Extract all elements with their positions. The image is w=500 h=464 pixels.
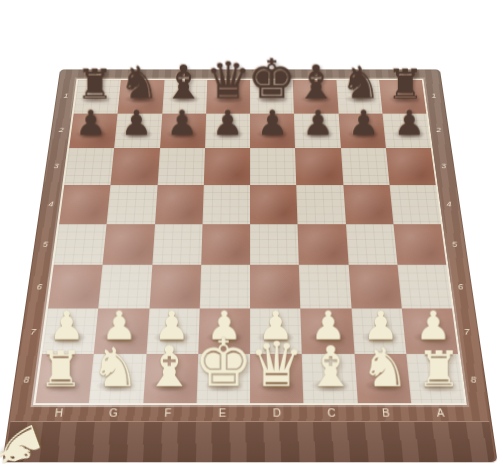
square-f1 [162,80,207,113]
square-e1 [206,80,250,113]
square-f6 [149,265,201,308]
square-g8 [89,354,146,403]
file-label-c: C [304,404,359,422]
square-a7 [402,308,459,354]
square-b1 [336,80,382,113]
square-f2 [160,113,206,148]
square-a8 [406,354,464,403]
square-e6 [199,265,250,308]
square-g4 [107,185,157,224]
file-label-b: B [336,70,380,79]
square-d2 [250,113,295,148]
square-b3 [340,148,389,185]
square-c2 [294,113,340,148]
square-d1 [250,80,294,113]
file-label-f: F [140,404,195,422]
square-f4 [155,185,204,224]
file-label-h: H [76,70,120,79]
square-d5 [250,224,299,265]
file-label-a: A [379,70,423,79]
square-f5 [152,224,202,265]
square-d8 [250,354,304,403]
square-d4 [250,185,298,224]
file-label-h: H [31,404,88,422]
rank-label-4: 4 [440,185,459,224]
square-c1 [293,80,338,113]
square-f7 [146,308,200,354]
square-e8 [196,354,250,403]
square-a3 [386,148,436,185]
square-c8 [302,354,357,403]
square-e2 [205,113,250,148]
file-label-d: D [250,404,305,422]
playing-area: ♜♞♝♛♚♝♞♜♟♟♟♟♟♟♟♟♟♟♟♟♟♟♟♟♜♞♝♚♛♝♞♜♞ [33,79,467,405]
square-c4 [296,185,345,224]
file-labels-bottom: HGFEDCBA [31,404,470,422]
square-g3 [111,148,160,185]
square-d3 [250,148,296,185]
square-h2 [69,113,118,148]
file-label-a: A [413,404,470,422]
square-h4 [59,185,111,224]
square-g7 [94,308,149,354]
board-grid [33,79,467,405]
square-b6 [348,265,401,308]
file-label-g: G [120,70,164,79]
square-h7 [42,308,99,354]
rank-label-6: 6 [450,265,471,309]
square-h3 [64,148,114,185]
square-h5 [54,224,107,265]
square-e4 [202,185,250,224]
rank-label-5: 5 [445,224,465,265]
square-e7 [198,308,250,354]
square-f8 [143,354,198,403]
rank-label-1: 1 [425,79,442,112]
file-labels-top: HGFEDCBA [76,70,423,79]
file-label-f: F [163,70,207,79]
file-label-c: C [293,70,337,79]
square-e5 [201,224,250,265]
chess-set-photo: 12345678 12345678 HGFEDCBA HGFEDCBA ♜♞♝♛… [0,0,500,464]
square-d6 [250,265,301,308]
square-b4 [343,185,393,224]
square-b8 [354,354,411,403]
square-f3 [157,148,205,185]
square-h1 [74,80,121,113]
rank-label-2: 2 [430,112,448,147]
file-label-g: G [86,404,142,422]
square-c6 [299,265,351,308]
square-b5 [345,224,397,265]
square-g1 [118,80,164,113]
rank-label-3: 3 [435,147,453,184]
square-g5 [103,224,155,265]
square-a1 [379,80,426,113]
file-label-e: E [207,70,250,79]
square-a6 [397,265,452,308]
chess-board: 12345678 12345678 HGFEDCBA HGFEDCBA ♜♞♝♛… [2,70,497,463]
file-label-d: D [250,70,293,79]
square-h6 [48,265,103,308]
square-c3 [295,148,343,185]
square-b7 [351,308,406,354]
square-a2 [382,113,431,148]
file-label-b: B [358,404,414,422]
file-label-e: E [195,404,250,422]
square-a4 [389,185,441,224]
square-g6 [98,265,151,308]
square-d7 [250,308,302,354]
square-a5 [393,224,446,265]
square-h8 [35,354,93,403]
square-g2 [114,113,162,148]
square-e3 [204,148,250,185]
square-c5 [298,224,348,265]
square-b2 [338,113,386,148]
board-side-face [5,421,496,462]
square-c7 [301,308,355,354]
